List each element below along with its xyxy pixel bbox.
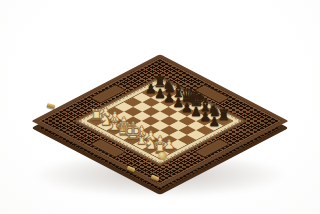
brass-rosette-front — [158, 152, 167, 159]
product-photo-scene: ♜♞♝♛♚♝♞♜♟♟♟♟♟♟♟♟♟♟♟♟♟♟♟♟♜♞♝♛♚♝♞♜ — [0, 0, 320, 214]
black-pawn-h7[interactable]: ♟ — [205, 115, 223, 128]
brass-clasp-left-edge — [47, 103, 56, 109]
